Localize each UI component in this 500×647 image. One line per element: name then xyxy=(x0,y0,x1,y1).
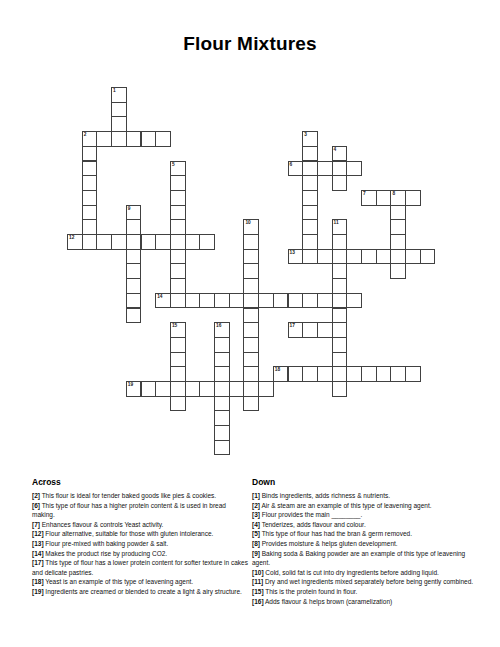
down-header: Down xyxy=(252,477,476,487)
grid-cell[interactable] xyxy=(390,263,406,279)
grid-cell[interactable] xyxy=(302,190,318,206)
clue-item-down-2: [2] Air & steam are an example of this t… xyxy=(252,501,476,511)
grid-cell[interactable] xyxy=(346,161,362,177)
cell-number: 8 xyxy=(392,191,395,196)
clue-item-across-6: [6] This type of flour has a higher prot… xyxy=(32,501,250,520)
clue-number: [1] xyxy=(252,492,260,499)
clue-number: [3] xyxy=(252,511,260,518)
grid-cell[interactable] xyxy=(302,249,318,265)
grid-cell[interactable] xyxy=(243,293,259,309)
grid-cell[interactable] xyxy=(214,440,230,456)
grid-cell[interactable] xyxy=(199,381,215,397)
clue-item-down-10: [10] Cold, solid fat is cut into dry ing… xyxy=(252,568,476,578)
grid-cell[interactable] xyxy=(302,205,318,221)
grid-cell[interactable] xyxy=(332,293,348,309)
clue-number: [17] xyxy=(32,559,44,566)
clue-number: [12] xyxy=(32,530,44,537)
clue-item-across-2: [2] This flour is ideal for tender baked… xyxy=(32,491,250,501)
clue-item-across-13: [13] Flour pre-mixed with baking powder … xyxy=(32,539,250,549)
grid-cell[interactable] xyxy=(258,381,274,397)
grid-cell[interactable] xyxy=(111,131,127,147)
clue-number: [9] xyxy=(252,550,260,557)
grid-cell[interactable] xyxy=(332,234,348,250)
clue-item-down-11: [11] Dry and wet ingredients mixed separ… xyxy=(252,577,476,587)
cell-number: 12 xyxy=(69,235,74,240)
grid-cell[interactable] xyxy=(302,219,318,235)
clue-number: [15] xyxy=(252,588,264,595)
grid-cell[interactable] xyxy=(243,322,259,338)
grid-cell[interactable] xyxy=(332,322,348,338)
clue-item-across-17: [17] This type of flour has a lower prot… xyxy=(32,558,250,577)
grid-cell[interactable] xyxy=(273,293,289,309)
grid-cell[interactable] xyxy=(214,381,230,397)
clue-text: Flour pre-mixed with baking powder & sal… xyxy=(44,540,169,547)
grid-cell[interactable] xyxy=(170,366,186,382)
clue-item-down-3: [3] Flour provides the main ________. xyxy=(252,510,476,520)
grid-cell[interactable] xyxy=(243,352,259,368)
clue-number: [5] xyxy=(252,530,260,537)
grid-cell[interactable] xyxy=(332,175,348,191)
grid-cell[interactable] xyxy=(170,337,186,353)
grid-cell[interactable] xyxy=(376,190,392,206)
grid-cell[interactable] xyxy=(170,278,186,294)
grid-cell[interactable] xyxy=(185,234,201,250)
clue-text: Ingredients are creamed or blended to cr… xyxy=(44,588,242,595)
grid-cell[interactable] xyxy=(376,249,392,265)
grid-cell[interactable]: 6 xyxy=(288,161,304,177)
grid-cell[interactable] xyxy=(141,381,157,397)
grid-cell[interactable] xyxy=(126,293,142,309)
grid-cell[interactable] xyxy=(332,381,348,397)
grid-cell[interactable] xyxy=(126,249,142,265)
grid-cell[interactable] xyxy=(390,366,406,382)
grid-cell[interactable] xyxy=(170,352,186,368)
cell-number: 3 xyxy=(304,132,307,137)
clue-text: Flour provides the main ________. xyxy=(260,511,362,518)
grid-cell[interactable] xyxy=(332,278,348,294)
grid-cell[interactable]: 16 xyxy=(214,322,230,338)
grid-cell[interactable] xyxy=(243,366,259,382)
grid-cell[interactable] xyxy=(199,234,215,250)
grid-cell[interactable] xyxy=(317,322,333,338)
clue-item-across-7: [7] Enhances flavour & controls Yeast ac… xyxy=(32,520,250,530)
grid-cell[interactable] xyxy=(170,219,186,235)
grid-cell[interactable] xyxy=(111,102,127,118)
clue-number: [13] xyxy=(32,540,44,547)
grid-cell[interactable]: 8 xyxy=(390,190,406,206)
grid-cell[interactable] xyxy=(376,366,392,382)
grid-cell[interactable] xyxy=(405,249,421,265)
grid-cell[interactable] xyxy=(82,161,98,177)
clue-number: [4] xyxy=(252,521,260,528)
grid-cell[interactable] xyxy=(302,322,318,338)
grid-cell[interactable] xyxy=(185,381,201,397)
grid-cell[interactable] xyxy=(111,234,127,250)
clue-text: This type of flour has a higher protein … xyxy=(32,502,226,519)
grid-cell[interactable] xyxy=(332,161,348,177)
grid-cell[interactable] xyxy=(170,263,186,279)
grid-cell[interactable] xyxy=(126,219,142,235)
grid-cell[interactable] xyxy=(405,190,421,206)
grid-cell[interactable] xyxy=(170,205,186,221)
cell-number: 7 xyxy=(363,191,366,196)
clue-text: Binds ingredients, adds richness & nutri… xyxy=(260,492,390,499)
grid-cell[interactable]: 5 xyxy=(170,161,186,177)
cell-number: 9 xyxy=(128,206,131,211)
cell-number: 16 xyxy=(216,323,221,328)
clue-text: This type of flour has had the bran & ge… xyxy=(260,530,412,537)
grid-cell[interactable] xyxy=(317,366,333,382)
grid-cell[interactable] xyxy=(317,293,333,309)
grid-cell[interactable] xyxy=(96,234,112,250)
grid-cell[interactable]: 13 xyxy=(288,249,304,265)
grid-cell[interactable] xyxy=(126,131,142,147)
clue-item-down-5: [5] This type of flour has had the bran … xyxy=(252,529,476,539)
grid-cell[interactable] xyxy=(214,337,230,353)
cell-number: 6 xyxy=(290,162,293,167)
clue-text: Baking soda & Baking powder are an examp… xyxy=(252,550,465,567)
cell-number: 18 xyxy=(275,367,280,372)
cell-number: 14 xyxy=(157,294,162,299)
across-clue-list: [2] This flour is ideal for tender baked… xyxy=(32,491,250,597)
grid-cell[interactable] xyxy=(82,175,98,191)
grid-cell[interactable]: 18 xyxy=(273,366,289,382)
grid-cell[interactable] xyxy=(82,146,98,162)
grid-cell[interactable]: 15 xyxy=(170,322,186,338)
grid-cell[interactable] xyxy=(170,175,186,191)
grid-cell[interactable] xyxy=(243,396,259,412)
grid-cell[interactable] xyxy=(214,425,230,441)
clue-item-down-15: [15] This is the protein found in flour. xyxy=(252,587,476,597)
grid-cell[interactable] xyxy=(317,161,333,177)
grid-cell[interactable] xyxy=(258,293,274,309)
clue-text: This flour is ideal for tender baked goo… xyxy=(40,492,216,499)
clue-item-down-4: [4] Tenderizes, adds flavour and colour. xyxy=(252,520,476,530)
puzzle-title: Flour Mixtures xyxy=(0,33,500,55)
grid-cell[interactable] xyxy=(126,263,142,279)
cell-number: 13 xyxy=(290,250,295,255)
grid-cell[interactable] xyxy=(229,293,245,309)
cell-number: 4 xyxy=(334,147,337,152)
grid-cell[interactable] xyxy=(332,263,348,279)
grid-cell[interactable] xyxy=(390,219,406,235)
cell-number: 19 xyxy=(128,382,133,387)
clue-text: Enhances flavour & controls Yeast activi… xyxy=(40,521,163,528)
grid-cell[interactable] xyxy=(302,293,318,309)
clue-number: [6] xyxy=(32,502,40,509)
cell-number: 5 xyxy=(172,162,175,167)
cell-number: 15 xyxy=(172,323,177,328)
grid-cell[interactable] xyxy=(170,396,186,412)
grid-cell[interactable] xyxy=(405,366,421,382)
grid-cell[interactable] xyxy=(302,175,318,191)
clue-text: Air & steam are an example of this type … xyxy=(260,502,432,509)
grid-cell[interactable] xyxy=(214,410,230,426)
grid-cell[interactable] xyxy=(170,234,186,250)
grid-cell[interactable] xyxy=(361,366,377,382)
grid-cell[interactable] xyxy=(214,366,230,382)
grid-cell[interactable] xyxy=(390,249,406,265)
clue-text: Cold, solid fat is cut into dry ingredie… xyxy=(264,569,439,576)
clue-text: Makes the product rise by producing CO2. xyxy=(44,550,168,557)
grid-cell[interactable] xyxy=(214,396,230,412)
grid-cell[interactable] xyxy=(243,278,259,294)
grid-cell[interactable] xyxy=(229,381,245,397)
clue-number: [18] xyxy=(32,578,44,585)
grid-cell[interactable] xyxy=(332,366,348,382)
grid-cell[interactable] xyxy=(332,352,348,368)
grid-cell[interactable] xyxy=(243,234,259,250)
grid-cell[interactable] xyxy=(126,308,142,324)
grid-cell[interactable] xyxy=(302,234,318,250)
grid-cell[interactable] xyxy=(332,249,348,265)
grid-cell[interactable] xyxy=(288,293,304,309)
cell-number: 10 xyxy=(245,220,250,225)
grid-cell[interactable]: 2 xyxy=(82,131,98,147)
clue-item-down-1: [1] Binds ingredients, adds richness & n… xyxy=(252,491,476,501)
clue-item-down-8: [8] Provides moisture & helps gluten dev… xyxy=(252,539,476,549)
clue-text: Adds flavour & helps brown (caramelizati… xyxy=(264,598,393,605)
grid-cell[interactable] xyxy=(346,366,362,382)
across-header: Across xyxy=(32,477,250,487)
clue-number: [7] xyxy=(32,521,40,528)
grid-cell[interactable] xyxy=(82,219,98,235)
grid-cell[interactable] xyxy=(96,131,112,147)
grid-cell[interactable]: 12 xyxy=(67,234,83,250)
clue-number: [16] xyxy=(252,598,264,605)
grid-cell[interactable] xyxy=(243,337,259,353)
grid-cell[interactable] xyxy=(214,293,230,309)
grid-cell[interactable] xyxy=(346,249,362,265)
grid-cell[interactable] xyxy=(170,190,186,206)
grid-cell[interactable]: 10 xyxy=(243,219,259,235)
grid-cell[interactable] xyxy=(332,337,348,353)
grid-cell[interactable] xyxy=(141,234,157,250)
grid-cell[interactable] xyxy=(155,381,171,397)
clue-number: [19] xyxy=(32,588,44,595)
clue-text: Tenderizes, adds flavour and colour. xyxy=(260,521,366,528)
grid-cell[interactable] xyxy=(390,234,406,250)
grid-cell[interactable] xyxy=(302,366,318,382)
clue-text: Flour alternative, suitable for those wi… xyxy=(44,530,214,537)
grid-cell[interactable] xyxy=(82,190,98,206)
grid-cell[interactable] xyxy=(243,263,259,279)
down-clue-list: [1] Binds ingredients, adds richness & n… xyxy=(252,491,476,606)
grid-cell[interactable] xyxy=(288,366,304,382)
grid-cell[interactable]: 7 xyxy=(361,190,377,206)
grid-cell[interactable] xyxy=(170,293,186,309)
grid-cell[interactable] xyxy=(199,293,215,309)
grid-cell[interactable] xyxy=(302,146,318,162)
grid-cell[interactable]: 4 xyxy=(332,146,348,162)
grid-cell[interactable] xyxy=(302,161,318,177)
clue-number: [14] xyxy=(32,550,44,557)
clue-text: This is the protein found in flour. xyxy=(264,588,358,595)
clue-item-down-16: [16] Adds flavour & helps brown (caramel… xyxy=(252,597,476,607)
grid-cell[interactable]: 1 xyxy=(111,87,127,103)
grid-cell[interactable] xyxy=(390,205,406,221)
grid-cell[interactable] xyxy=(332,308,348,324)
grid-cell[interactable]: 3 xyxy=(302,131,318,147)
grid-cell[interactable]: 9 xyxy=(126,205,142,221)
cell-number: 1 xyxy=(113,88,116,93)
crossword-grid: 12345678910111213141516171819 xyxy=(67,87,436,456)
clue-text: This type of flour has a lower protein c… xyxy=(32,559,248,576)
clue-item-across-14: [14] Makes the product rise by producing… xyxy=(32,549,250,559)
grid-cell[interactable] xyxy=(185,293,201,309)
clue-item-across-12: [12] Flour alternative, suitable for tho… xyxy=(32,529,250,539)
clue-text: Yeast is an example of this type of leav… xyxy=(44,578,194,585)
grid-cell[interactable] xyxy=(141,131,157,147)
grid-cell[interactable] xyxy=(170,249,186,265)
clue-number: [2] xyxy=(252,502,260,509)
grid-cell[interactable] xyxy=(155,131,171,147)
grid-cell[interactable] xyxy=(155,234,171,250)
cell-number: 11 xyxy=(334,220,339,225)
clue-item-across-19: [19] Ingredients are creamed or blended … xyxy=(32,587,250,597)
clue-number: [2] xyxy=(32,492,40,499)
clue-number: [8] xyxy=(252,540,260,547)
grid-cell[interactable] xyxy=(214,352,230,368)
grid-cell[interactable] xyxy=(111,116,127,132)
grid-cell[interactable] xyxy=(126,278,142,294)
grid-cell[interactable] xyxy=(361,249,377,265)
down-clues-section: Down [1] Binds ingredients, adds richnes… xyxy=(252,477,476,606)
clue-text: Dry and wet ingredients mixed separately… xyxy=(263,578,473,585)
cell-number: 2 xyxy=(84,132,87,137)
clue-number: [11] xyxy=(252,578,263,585)
grid-cell[interactable] xyxy=(317,249,333,265)
clue-item-across-18: [18] Yeast is an example of this type of… xyxy=(32,577,250,587)
clue-number: [10] xyxy=(252,569,264,576)
grid-cell[interactable] xyxy=(82,205,98,221)
clue-item-down-9: [9] Baking soda & Baking powder are an e… xyxy=(252,549,476,568)
grid-cell[interactable]: 14 xyxy=(155,293,171,309)
cell-number: 17 xyxy=(290,323,295,328)
grid-cell[interactable] xyxy=(126,234,142,250)
grid-cell[interactable] xyxy=(420,249,436,265)
clue-text: Provides moisture & helps gluten develop… xyxy=(260,540,398,547)
grid-cell[interactable] xyxy=(346,293,362,309)
grid-cell[interactable] xyxy=(82,234,98,250)
grid-cell[interactable] xyxy=(243,308,259,324)
across-clues-section: Across [2] This flour is ideal for tende… xyxy=(32,477,250,597)
grid-cell[interactable]: 17 xyxy=(288,322,304,338)
grid-cell[interactable] xyxy=(170,381,186,397)
grid-cell[interactable] xyxy=(243,381,259,397)
grid-cell[interactable]: 19 xyxy=(126,381,142,397)
grid-cell[interactable] xyxy=(243,249,259,265)
grid-cell[interactable]: 11 xyxy=(332,219,348,235)
